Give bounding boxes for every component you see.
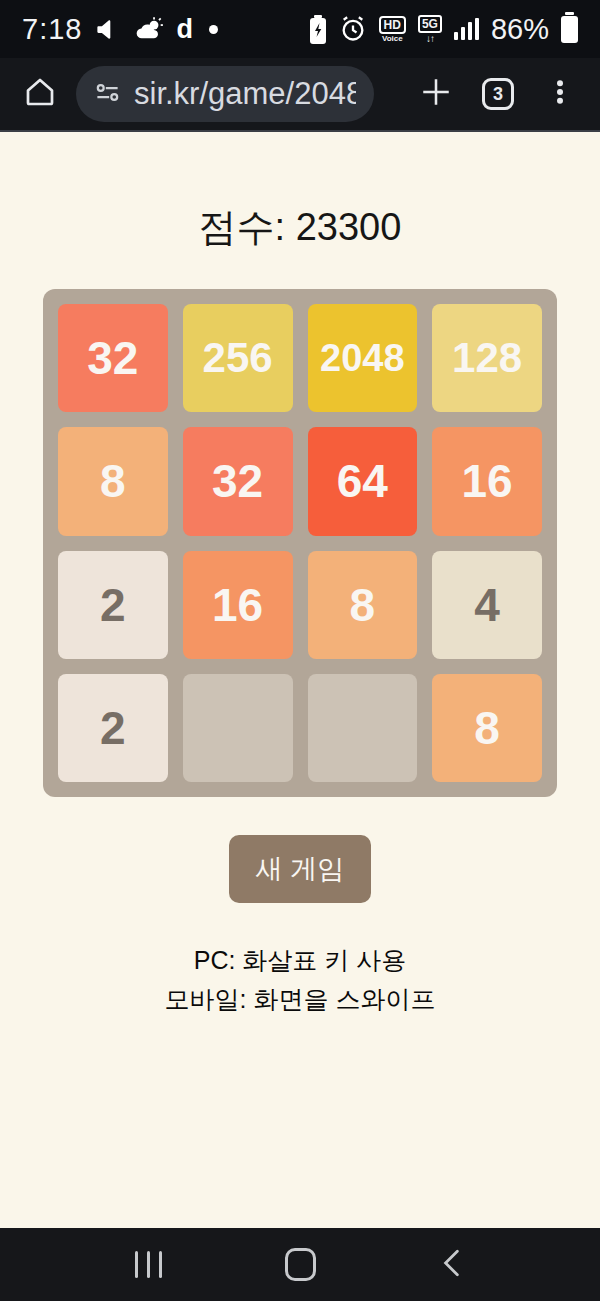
empty-cell: [308, 674, 418, 782]
android-nav-bar: [0, 1228, 600, 1301]
tab-switcher-button[interactable]: 3: [472, 66, 524, 122]
home-icon: [22, 74, 58, 114]
tile-16: 16: [183, 551, 293, 659]
tile-4: 4: [432, 551, 542, 659]
tab-switcher-icon: 3: [482, 78, 514, 110]
tile-8: 8: [432, 674, 542, 782]
home-square-icon: [285, 1248, 316, 1281]
battery-percent: 86%: [491, 13, 549, 46]
tile-2: 2: [58, 674, 168, 782]
instruction-mobile: 모바일: 화면을 스와이프: [165, 980, 436, 1019]
hd-voice-icon: HD Voice: [379, 16, 406, 43]
5g-icon: 5G ↓↑: [418, 15, 442, 44]
recents-icon: [135, 1251, 162, 1278]
board-2048[interactable]: 32256204812883264162168428: [43, 289, 557, 797]
tile-32: 32: [183, 427, 293, 535]
status-bar: 7:18 d HD Voice: [0, 0, 600, 58]
plus-icon: [419, 75, 453, 113]
tile-32: 32: [58, 304, 168, 412]
notification-dot: [209, 25, 218, 34]
signal-bars-icon: [454, 18, 479, 40]
weather-cloud-sun-icon: [133, 16, 164, 43]
tune-icon: [94, 79, 121, 110]
clock-time: 7:18: [22, 13, 82, 46]
tile-256: 256: [183, 304, 293, 412]
instructions: PC: 화살표 키 사용 모바일: 화면을 스와이프: [165, 941, 436, 1019]
d-app-icon: d: [176, 14, 193, 45]
back-button[interactable]: [422, 1235, 482, 1295]
new-game-button[interactable]: 새 게임: [229, 835, 371, 903]
instruction-pc: PC: 화살표 키 사용: [165, 941, 436, 980]
home-nav-button[interactable]: [270, 1235, 330, 1295]
battery-icon: [561, 16, 578, 43]
browser-menu-button[interactable]: [534, 66, 586, 122]
tile-2048: 2048: [308, 304, 418, 412]
alarm-icon: [339, 15, 367, 43]
battery-saver-icon: [309, 15, 327, 44]
tile-16: 16: [432, 427, 542, 535]
tile-64: 64: [308, 427, 418, 535]
url-text: sir.kr/game/2048: [134, 76, 356, 112]
score-text: 점수: 23300: [199, 202, 402, 253]
megaphone-icon: [94, 16, 121, 43]
home-button[interactable]: [14, 66, 66, 122]
new-tab-button[interactable]: [410, 66, 462, 122]
tile-2: 2: [58, 551, 168, 659]
browser-toolbar: sir.kr/game/2048 3: [0, 58, 600, 132]
tile-8: 8: [58, 427, 168, 535]
recents-button[interactable]: [118, 1235, 178, 1295]
menu-icon: [545, 77, 575, 111]
tile-128: 128: [432, 304, 542, 412]
tile-8: 8: [308, 551, 418, 659]
game-page: 점수: 23300 32256204812883264162168428 새 게…: [0, 132, 600, 1228]
empty-cell: [183, 674, 293, 782]
back-icon: [439, 1248, 465, 1282]
url-bar[interactable]: sir.kr/game/2048: [76, 66, 374, 122]
